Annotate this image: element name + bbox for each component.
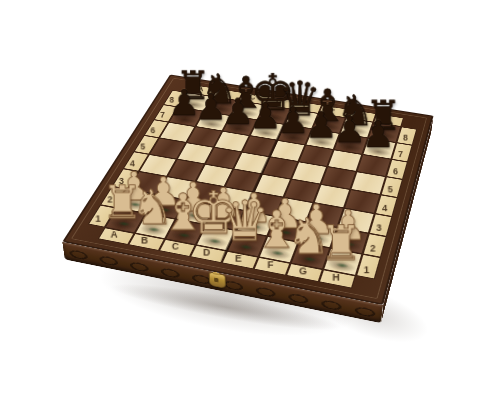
rank-label-1-right: 1 <box>363 265 369 275</box>
square-e5 <box>262 157 298 179</box>
rank-label-2-left: 2 <box>107 195 112 204</box>
rank-label-5-left: 5 <box>140 143 145 152</box>
rank-label-6-right: 6 <box>393 167 398 176</box>
rank-label-1-left: 1 <box>95 214 100 224</box>
file-label-g-bottom: G <box>299 266 307 276</box>
wooden-chess-board: ABCDEFGH ABCDEFGH 87654321 87654321 ♜♞♝♚… <box>62 74 433 305</box>
square-h1: ♜ <box>323 248 362 276</box>
file-label-b-top: B <box>223 89 229 97</box>
chess-set-scene: ABCDEFGH ABCDEFGH 87654321 87654321 ♜♞♝♚… <box>0 0 500 400</box>
file-label-h-top: H <box>385 114 391 122</box>
file-label-g-top: G <box>357 110 364 118</box>
photo-background: ABCDEFGH ABCDEFGH 87654321 87654321 ♜♞♝♚… <box>0 0 500 400</box>
rank-label-2-right: 2 <box>370 244 376 254</box>
square-g6 <box>327 150 362 172</box>
file-label-b-bottom: B <box>141 236 148 246</box>
file-label-f-bottom: F <box>267 260 273 270</box>
green-felt-base <box>206 237 224 245</box>
file-label-d-top: D <box>276 97 282 105</box>
rank-label-6-left: 6 <box>150 126 155 135</box>
file-label-e-top: E <box>303 102 309 110</box>
square-h7: ♟ <box>362 138 396 159</box>
rank-label-4-right: 4 <box>382 204 387 213</box>
square-h3 <box>337 208 374 233</box>
rank-label-7-right: 7 <box>398 150 403 159</box>
piece-shadow <box>336 141 363 153</box>
file-label-c-bottom: C <box>172 242 179 252</box>
file-label-d-bottom: D <box>203 248 210 258</box>
file-label-e-bottom: E <box>235 254 242 264</box>
file-label-c-top: C <box>249 93 255 101</box>
rank-label-3-left: 3 <box>118 177 123 186</box>
rank-label-8-left: 8 <box>169 96 174 104</box>
rank-label-5-right: 5 <box>387 185 392 194</box>
file-label-a-top: A <box>197 85 203 93</box>
rank-label-4-left: 4 <box>129 159 134 168</box>
rank-label-3-right: 3 <box>376 223 381 233</box>
rank-label-8-right: 8 <box>403 134 408 143</box>
brass-clasp <box>209 272 226 289</box>
file-label-e-bottom-cell: E <box>221 251 258 269</box>
file-label-f-top: F <box>330 106 335 114</box>
rank-label-5-right-cell: 5 <box>381 177 403 198</box>
board-surface: ABCDEFGH ABCDEFGH 87654321 87654321 ♜♞♝♚… <box>62 74 433 305</box>
file-label-a-bottom: A <box>111 230 118 240</box>
file-label-h-bottom-cell: H <box>319 269 356 288</box>
rank-label-7-left: 7 <box>160 111 165 119</box>
file-label-h-bottom: H <box>332 273 339 283</box>
